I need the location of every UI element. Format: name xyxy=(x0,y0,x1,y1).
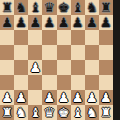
square-c4[interactable]: ♟ xyxy=(28,60,42,75)
white-bishop[interactable]: ♝ xyxy=(72,105,84,120)
square-h8[interactable]: ♜ xyxy=(99,0,113,15)
square-h2[interactable]: ♟ xyxy=(99,90,113,105)
square-b5[interactable] xyxy=(14,45,28,60)
square-e2[interactable]: ♟ xyxy=(57,90,71,105)
square-e7[interactable]: ♟ xyxy=(57,15,71,30)
white-knight[interactable]: ♞ xyxy=(15,105,27,120)
square-h5[interactable] xyxy=(99,45,113,60)
black-pawn[interactable]: ♟ xyxy=(44,15,56,30)
white-pawn[interactable]: ♟ xyxy=(72,90,84,105)
chess-board: ♜♞♝♛♚♝♞♜♟♟♟♟♟♟♟♟♟♟♟♟♟♟♟♟♜♞♝♛♚♝♞♜ xyxy=(0,0,113,120)
square-g3[interactable] xyxy=(85,75,99,90)
white-queen[interactable]: ♛ xyxy=(44,105,56,120)
black-bishop[interactable]: ♝ xyxy=(29,0,41,15)
black-queen[interactable]: ♛ xyxy=(44,0,56,15)
square-b4[interactable] xyxy=(14,60,28,75)
black-pawn[interactable]: ♟ xyxy=(100,15,112,30)
square-d4[interactable] xyxy=(42,60,56,75)
square-f8[interactable]: ♝ xyxy=(71,0,85,15)
square-h3[interactable] xyxy=(99,75,113,90)
square-e8[interactable]: ♚ xyxy=(57,0,71,15)
white-bishop[interactable]: ♝ xyxy=(29,105,41,120)
square-g6[interactable] xyxy=(85,30,99,45)
black-pawn[interactable]: ♟ xyxy=(72,15,84,30)
square-c3[interactable] xyxy=(28,75,42,90)
square-d3[interactable] xyxy=(42,75,56,90)
white-knight[interactable]: ♞ xyxy=(86,105,98,120)
black-pawn[interactable]: ♟ xyxy=(15,15,27,30)
square-c6[interactable] xyxy=(28,30,42,45)
square-a5[interactable] xyxy=(0,45,14,60)
square-b2[interactable]: ♟ xyxy=(14,90,28,105)
square-d1[interactable]: ♛ xyxy=(42,105,56,120)
square-e3[interactable] xyxy=(57,75,71,90)
square-g1[interactable]: ♞ xyxy=(85,105,99,120)
square-b7[interactable]: ♟ xyxy=(14,15,28,30)
black-knight[interactable]: ♞ xyxy=(15,0,27,15)
square-e4[interactable] xyxy=(57,60,71,75)
square-g7[interactable]: ♟ xyxy=(85,15,99,30)
square-g8[interactable]: ♞ xyxy=(85,0,99,15)
white-pawn[interactable]: ♟ xyxy=(1,90,13,105)
square-g5[interactable] xyxy=(85,45,99,60)
square-a8[interactable]: ♜ xyxy=(0,0,14,15)
white-pawn[interactable]: ♟ xyxy=(58,90,70,105)
square-d7[interactable]: ♟ xyxy=(42,15,56,30)
square-c1[interactable]: ♝ xyxy=(28,105,42,120)
square-f7[interactable]: ♟ xyxy=(71,15,85,30)
white-pawn[interactable]: ♟ xyxy=(29,60,41,75)
square-g2[interactable]: ♟ xyxy=(85,90,99,105)
square-e6[interactable] xyxy=(57,30,71,45)
black-king[interactable]: ♚ xyxy=(58,0,70,15)
white-rook[interactable]: ♜ xyxy=(1,105,13,120)
square-f3[interactable] xyxy=(71,75,85,90)
black-rook[interactable]: ♜ xyxy=(100,0,112,15)
white-pawn[interactable]: ♟ xyxy=(86,90,98,105)
square-d5[interactable] xyxy=(42,45,56,60)
square-a7[interactable]: ♟ xyxy=(0,15,14,30)
square-c2[interactable] xyxy=(28,90,42,105)
square-g4[interactable] xyxy=(85,60,99,75)
square-b8[interactable]: ♞ xyxy=(14,0,28,15)
square-a4[interactable] xyxy=(0,60,14,75)
square-a2[interactable]: ♟ xyxy=(0,90,14,105)
white-king[interactable]: ♚ xyxy=(58,105,70,120)
black-rook[interactable]: ♜ xyxy=(1,0,13,15)
square-a6[interactable] xyxy=(0,30,14,45)
square-h1[interactable]: ♜ xyxy=(99,105,113,120)
square-d6[interactable] xyxy=(42,30,56,45)
square-d8[interactable]: ♛ xyxy=(42,0,56,15)
square-d2[interactable]: ♟ xyxy=(42,90,56,105)
square-b6[interactable] xyxy=(14,30,28,45)
square-h6[interactable] xyxy=(99,30,113,45)
square-b3[interactable] xyxy=(14,75,28,90)
square-c8[interactable]: ♝ xyxy=(28,0,42,15)
square-c5[interactable] xyxy=(28,45,42,60)
square-h7[interactable]: ♟ xyxy=(99,15,113,30)
square-e5[interactable] xyxy=(57,45,71,60)
square-a3[interactable] xyxy=(0,75,14,90)
square-b1[interactable]: ♞ xyxy=(14,105,28,120)
square-f6[interactable] xyxy=(71,30,85,45)
black-bishop[interactable]: ♝ xyxy=(72,0,84,15)
square-c7[interactable]: ♟ xyxy=(28,15,42,30)
black-knight[interactable]: ♞ xyxy=(86,0,98,15)
white-pawn[interactable]: ♟ xyxy=(15,90,27,105)
white-pawn[interactable]: ♟ xyxy=(44,90,56,105)
black-pawn[interactable]: ♟ xyxy=(29,15,41,30)
black-pawn[interactable]: ♟ xyxy=(1,15,13,30)
square-f2[interactable]: ♟ xyxy=(71,90,85,105)
square-e1[interactable]: ♚ xyxy=(57,105,71,120)
square-a1[interactable]: ♜ xyxy=(0,105,14,120)
black-pawn[interactable]: ♟ xyxy=(86,15,98,30)
square-f1[interactable]: ♝ xyxy=(71,105,85,120)
square-f5[interactable] xyxy=(71,45,85,60)
white-rook[interactable]: ♜ xyxy=(100,105,112,120)
black-pawn[interactable]: ♟ xyxy=(58,15,70,30)
white-pawn[interactable]: ♟ xyxy=(100,90,112,105)
square-f4[interactable] xyxy=(71,60,85,75)
square-h4[interactable] xyxy=(99,60,113,75)
